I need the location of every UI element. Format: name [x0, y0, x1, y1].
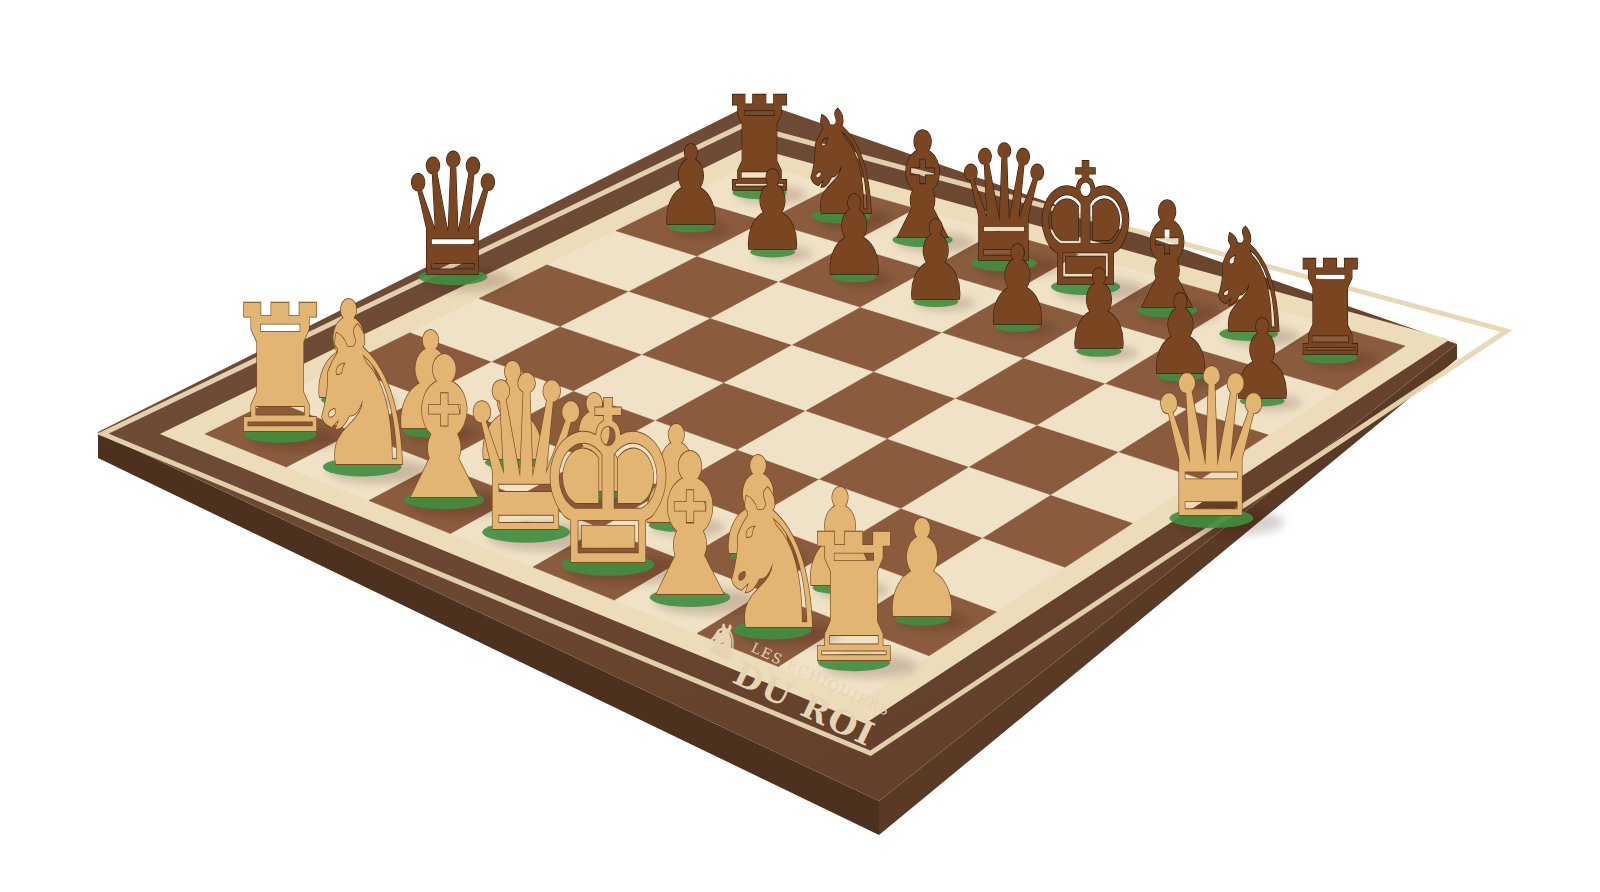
black-pawn-glyph: ♟: [900, 197, 972, 325]
black-pawn: ♟: [818, 172, 893, 300]
black-pawn: ♟: [655, 123, 730, 251]
white-rook: ♜: [796, 496, 917, 700]
chess-board: ♞ LES ÉCHIQUIERS DU ROI ♜♞♟♝♟♛♟♛♚♟♝♟♞♟♜♟…: [0, 0, 1600, 892]
white-rook-glyph: ♜: [796, 496, 911, 700]
spare-black-queen-glyph: ♛: [398, 118, 508, 314]
black-pawn-glyph: ♟: [1063, 247, 1135, 375]
black-pawn: ♟: [1063, 247, 1138, 375]
black-pawn-glyph: ♟: [655, 123, 727, 251]
chess-set-photo: ♞ LES ÉCHIQUIERS DU ROI ♜♞♟♝♟♛♟♛♚♟♝♟♞♟♜♟…: [0, 0, 1600, 892]
black-pawn: ♟: [737, 147, 812, 275]
black-pawn-glyph: ♟: [981, 222, 1053, 350]
spare-white-queen-glyph: ♛: [1145, 326, 1279, 563]
spare-white-queen: ♛: [1145, 326, 1285, 563]
black-pawn: ♟: [981, 222, 1056, 350]
black-pawn-glyph: ♟: [818, 172, 890, 300]
black-rook: ♜: [1287, 232, 1377, 385]
black-pawn: ♟: [900, 197, 975, 325]
black-pawn-glyph: ♟: [737, 147, 809, 275]
black-rook-glyph: ♜: [1287, 232, 1373, 385]
spare-black-queen: ♛: [398, 118, 513, 314]
